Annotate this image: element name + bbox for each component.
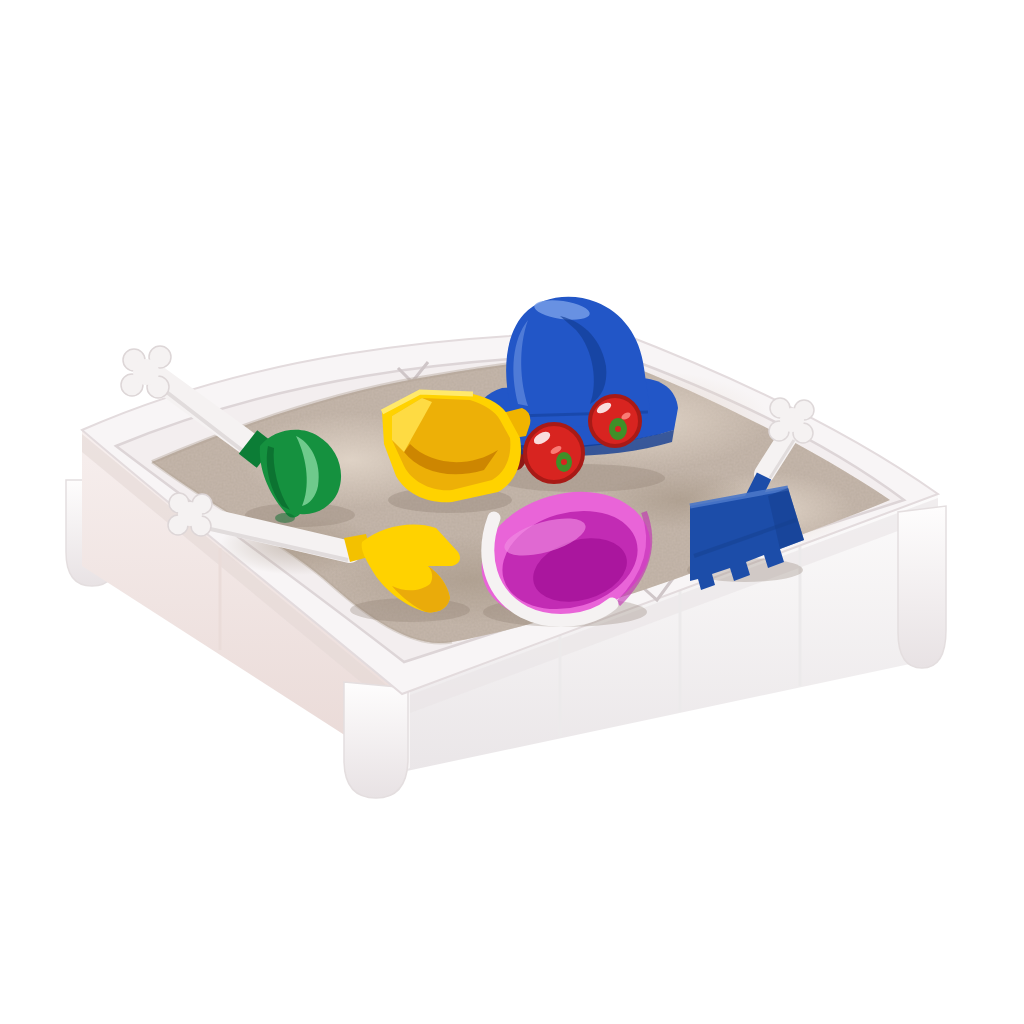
tray-foot-front — [344, 682, 408, 798]
tray-foot-right — [898, 506, 946, 668]
sandbox-scene — [0, 0, 1024, 1024]
wheel-hub-cap — [561, 459, 567, 465]
wheel-hub-cap — [615, 426, 621, 432]
blue-truck-wheel-front — [525, 424, 583, 482]
green-shovel-tip-reflection — [275, 513, 295, 523]
cap-center — [178, 502, 202, 526]
blue-truck-wheel-rear — [590, 396, 640, 446]
product-photo — [0, 0, 1024, 1024]
cap-center — [780, 408, 804, 432]
cap-center — [133, 359, 159, 385]
